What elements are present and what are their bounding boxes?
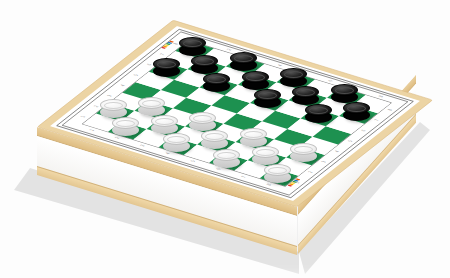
checker-piece-black[interactable] — [203, 73, 230, 92]
brand-logo — [161, 41, 174, 49]
piece-groove-ring — [246, 74, 265, 81]
piece-groove-ring — [268, 167, 287, 174]
coordinate-label: 2 — [114, 137, 120, 140]
coordinate-label: 7 — [160, 53, 166, 56]
piece-groove-ring — [347, 105, 366, 112]
coordinate-label: 2 — [308, 171, 314, 174]
piece-groove-ring — [258, 92, 277, 99]
checker-piece-black[interactable] — [191, 55, 218, 74]
checker-piece-white[interactable] — [100, 99, 127, 118]
coordinate-label: 4 — [165, 152, 171, 155]
piece-groove-ring — [155, 118, 174, 125]
coordinate-label: 6 — [328, 80, 334, 83]
checker-piece-black[interactable] — [230, 52, 257, 71]
product-photo-scene: 11112222333344445555666677778888 — [0, 0, 450, 278]
checker-piece-black[interactable] — [292, 86, 319, 105]
coordinate-label: 5 — [133, 74, 139, 77]
checker-piece-white[interactable] — [264, 164, 291, 183]
piece-groove-ring — [256, 149, 275, 156]
coordinate-label: 1 — [89, 129, 95, 132]
coordinate-label: 2 — [93, 105, 99, 108]
piece-groove-ring — [335, 87, 354, 94]
checker-piece-black[interactable] — [179, 37, 206, 56]
coordinate-label: 5 — [190, 160, 196, 163]
coordinate-label: 8 — [266, 183, 272, 186]
checker-piece-white[interactable] — [112, 117, 139, 136]
coordinate-label: 6 — [146, 63, 152, 66]
checker-piece-black[interactable] — [242, 71, 269, 90]
checker-piece-white[interactable] — [163, 133, 190, 152]
checker-piece-black[interactable] — [254, 89, 281, 108]
coordinate-label: 4 — [277, 64, 283, 67]
coordinate-label: 5 — [347, 140, 353, 143]
piece-groove-ring — [142, 100, 161, 107]
coordinate-label: 6 — [361, 129, 367, 132]
coordinate-label: 8 — [173, 43, 179, 46]
piece-groove-ring — [167, 136, 186, 143]
checker-piece-black[interactable] — [343, 102, 370, 121]
checker-piece-white[interactable] — [213, 149, 240, 168]
checker-piece-white[interactable] — [290, 143, 317, 162]
coordinate-label: 7 — [374, 119, 380, 122]
checker-piece-white[interactable] — [240, 128, 267, 147]
coordinate-label: 8 — [387, 109, 393, 112]
checker-piece-black[interactable] — [153, 58, 180, 77]
coordinate-label: 4 — [120, 84, 126, 87]
coordinate-label: 3 — [321, 161, 327, 164]
piece-groove-ring — [157, 61, 176, 68]
piece-groove-ring — [183, 40, 202, 47]
checker-piece-white[interactable] — [138, 97, 165, 116]
coordinate-label: 2 — [226, 48, 232, 51]
piece-groove-ring — [244, 131, 263, 138]
coordinate-label: 3 — [107, 95, 113, 98]
coordinate-label: 3 — [140, 144, 146, 147]
coordinate-label: 6 — [216, 168, 222, 171]
coordinate-label: 4 — [334, 150, 340, 153]
coordinate-label: 1 — [294, 181, 300, 184]
checker-piece-black[interactable] — [331, 84, 358, 103]
coordinate-label: 8 — [378, 95, 384, 98]
coordinate-label: 1 — [80, 115, 86, 118]
checker-piece-black[interactable] — [305, 104, 332, 123]
checker-piece-white[interactable] — [151, 115, 178, 134]
checker-piece-black[interactable] — [280, 68, 307, 87]
coordinate-label: 7 — [241, 176, 247, 179]
checker-piece-white[interactable] — [189, 112, 216, 131]
piece-groove-ring — [217, 152, 236, 159]
checker-piece-white[interactable] — [252, 146, 279, 165]
checker-piece-white[interactable] — [201, 130, 228, 149]
